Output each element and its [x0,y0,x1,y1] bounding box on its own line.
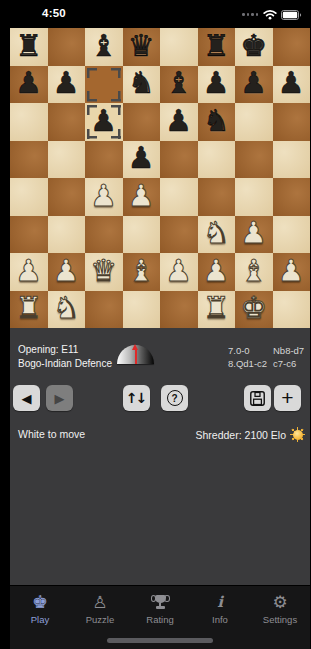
square-c1[interactable] [85,291,123,329]
evaluation-gauge [117,345,154,364]
square-e5[interactable] [160,141,198,179]
cellular-signal-icon [242,13,258,16]
black-pawn: ♟ [165,106,192,136]
white-pawn: ♟ [203,256,230,286]
tab-rating-label: Rating [146,614,173,625]
flip-board-button[interactable]: ↑↓ [123,385,150,411]
status-bar: 4:50 [10,0,310,28]
king-icon: ♚ [32,593,48,611]
tab-play[interactable]: ♚ Play [10,586,70,649]
square-e7[interactable]: ♝ [160,66,198,104]
gear-icon: ⚙ [272,594,287,611]
square-f6[interactable]: ♞ [198,103,236,141]
move-black-8: c7-c6 [273,357,296,370]
black-pawn: ♟ [53,68,80,98]
forward-move-button[interactable]: ▶ [46,385,73,411]
square-a6[interactable] [10,103,48,141]
square-g3[interactable]: ♟ [235,216,273,254]
info-icon: i [217,595,223,610]
opening-code: Opening: E11 [18,343,112,357]
hint-button[interactable]: ? [161,385,188,411]
move-white-7: 7.0-0 [228,344,250,357]
back-move-button[interactable]: ◀ [13,385,40,411]
square-b1[interactable]: ♞ [48,291,86,329]
square-h7[interactable]: ♟ [273,66,311,104]
black-knight: ♞ [203,106,230,136]
right-arrow-icon: ▶ [55,392,65,405]
game-status-row: White to move Shredder: 2100 Elo [10,427,310,443]
square-g8[interactable]: ♚ [235,28,273,66]
app-window: 4:50 ♜♝♛♜♚♟♟♞♝♟♟♟♟♟♞♟♟♟♞♟♟♟♛♝♟♟♝♟♜♞♜♚ Op… [10,0,310,649]
square-a2[interactable]: ♟ [10,253,48,291]
square-b6[interactable] [48,103,86,141]
square-f1[interactable]: ♜ [198,291,236,329]
square-c7[interactable] [85,66,123,104]
move-white-8: 8.Qd1-c2 [228,357,267,370]
chess-board: ♜♝♛♜♚♟♟♞♝♟♟♟♟♟♞♟♟♟♞♟♟♟♛♝♟♟♝♟♜♞♜♚ [10,28,310,328]
square-a8[interactable]: ♜ [10,28,48,66]
square-e8[interactable] [160,28,198,66]
square-b5[interactable] [48,141,86,179]
black-bishop: ♝ [90,31,117,61]
square-b8[interactable] [48,28,86,66]
black-pawn: ♟ [90,106,117,136]
tab-settings[interactable]: ⚙ Settings [250,586,310,649]
square-c8[interactable]: ♝ [85,28,123,66]
square-c5[interactable] [85,141,123,179]
square-d2[interactable]: ♝ [123,253,161,291]
square-f8[interactable]: ♜ [198,28,236,66]
square-b7[interactable]: ♟ [48,66,86,104]
square-e6[interactable]: ♟ [160,103,198,141]
tab-play-label: Play [31,614,49,625]
save-game-button[interactable] [244,385,271,411]
square-c3[interactable] [85,216,123,254]
black-knight: ♞ [128,68,155,98]
square-e4[interactable] [160,178,198,216]
square-h5[interactable] [273,141,311,179]
black-pawn: ♟ [128,143,155,173]
square-h3[interactable] [273,216,311,254]
black-bishop: ♝ [165,68,192,98]
black-king: ♚ [240,31,267,61]
move-black-7: Nb8-d7 [273,344,304,357]
white-knight: ♞ [53,293,80,323]
question-mark-icon: ? [167,390,183,406]
square-e2[interactable]: ♟ [160,253,198,291]
square-g7[interactable]: ♟ [235,66,273,104]
white-king: ♚ [240,293,267,323]
white-bishop: ♝ [128,256,155,286]
tab-info-label: Info [212,614,228,625]
square-e1[interactable] [160,291,198,329]
battery-icon [281,10,302,20]
left-arrow-icon: ◀ [22,392,32,405]
square-d7[interactable]: ♞ [123,66,161,104]
opening-info: Opening: E11 Bogo-Indian Defence [18,343,112,371]
pawn-icon: ♙ [92,594,107,611]
white-rook: ♜ [203,293,230,323]
square-e3[interactable] [160,216,198,254]
square-h8[interactable] [273,28,311,66]
white-pawn: ♟ [90,181,117,211]
black-pawn: ♟ [278,68,305,98]
square-a3[interactable] [10,216,48,254]
black-rook: ♜ [15,31,42,61]
wifi-icon [263,9,277,20]
home-indicator[interactable] [107,638,213,643]
square-b3[interactable] [48,216,86,254]
plus-icon: + [281,387,293,408]
up-down-arrows-icon: ↑↓ [126,390,147,406]
white-pawn: ♟ [165,256,192,286]
white-pawn: ♟ [53,256,80,286]
tab-puzzle-label: Puzzle [86,614,115,625]
square-g5[interactable] [235,141,273,179]
new-game-button[interactable]: + [274,385,301,411]
square-d6[interactable] [123,103,161,141]
square-f7[interactable]: ♟ [198,66,236,104]
black-queen: ♛ [128,31,155,61]
white-pawn: ♟ [15,256,42,286]
square-a1[interactable]: ♜ [10,291,48,329]
black-pawn: ♟ [203,68,230,98]
black-pawn: ♟ [240,68,267,98]
square-g6[interactable] [235,103,273,141]
square-b4[interactable] [48,178,86,216]
white-rook: ♜ [15,293,42,323]
square-h2[interactable]: ♟ [273,253,311,291]
square-h6[interactable] [273,103,311,141]
square-d4[interactable]: ♟ [123,178,161,216]
square-f5[interactable] [198,141,236,179]
engine-strength-label: Shredder: 2100 Elo [196,429,286,441]
white-pawn: ♟ [128,181,155,211]
clock: 4:50 [37,7,71,19]
square-d1[interactable] [123,291,161,329]
square-d5[interactable]: ♟ [123,141,161,179]
square-c2[interactable]: ♛ [85,253,123,291]
square-g1[interactable]: ♚ [235,291,273,329]
white-bishop: ♝ [240,256,267,286]
floppy-disk-icon [249,390,266,407]
tab-settings-label: Settings [263,614,297,625]
opening-name: Bogo-Indian Defence [18,357,112,371]
square-f3[interactable]: ♞ [198,216,236,254]
square-g4[interactable] [235,178,273,216]
square-d3[interactable] [123,216,161,254]
square-a4[interactable] [10,178,48,216]
square-f2[interactable]: ♟ [198,253,236,291]
white-knight: ♞ [203,218,230,248]
engine-strength: Shredder: 2100 Elo [196,427,305,442]
square-g2[interactable]: ♝ [235,253,273,291]
square-a7[interactable]: ♟ [10,66,48,104]
white-pawn: ♟ [240,218,267,248]
black-rook: ♜ [203,31,230,61]
sun-icon [290,427,305,442]
square-h4[interactable] [273,178,311,216]
square-f4[interactable] [198,178,236,216]
square-c6[interactable]: ♟ [85,103,123,141]
turn-indicator: White to move [18,428,85,440]
black-pawn: ♟ [15,68,42,98]
status-icons [242,9,302,20]
square-c4[interactable]: ♟ [85,178,123,216]
gauge-needle [135,349,137,364]
white-pawn: ♟ [278,256,305,286]
square-a5[interactable] [10,141,48,179]
white-queen: ♛ [90,256,117,286]
square-b2[interactable]: ♟ [48,253,86,291]
square-d8[interactable]: ♛ [123,28,161,66]
trophy-icon [150,595,170,610]
square-h1[interactable] [273,291,311,329]
analysis-panel: Opening: E11 Bogo-Indian Defence 7.0-0 N… [10,328,310,385]
